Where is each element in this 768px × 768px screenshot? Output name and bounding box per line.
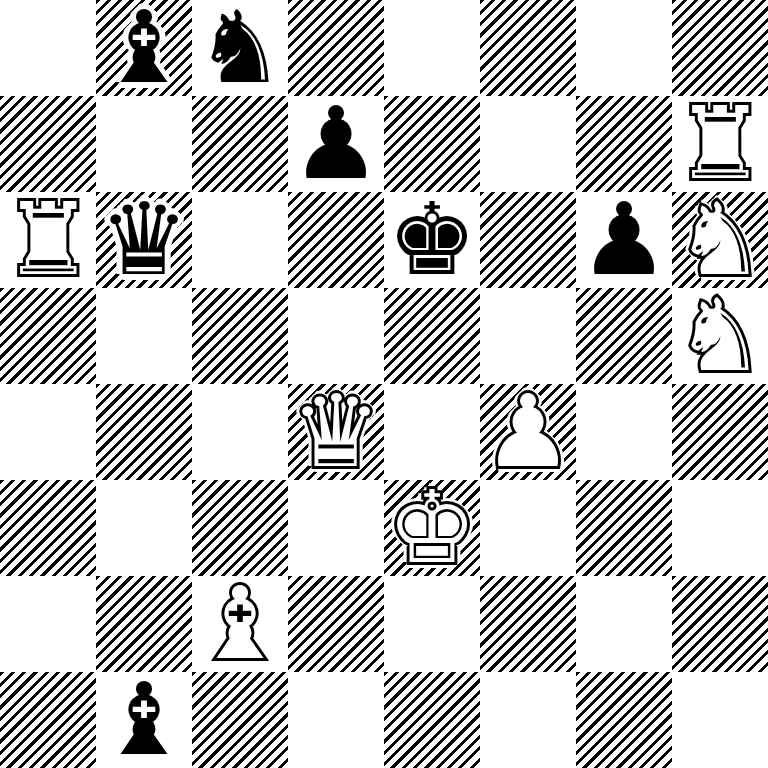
square-c7[interactable] [192, 96, 288, 192]
square-b2[interactable] [96, 576, 192, 672]
square-e1[interactable] [384, 672, 480, 768]
square-c4[interactable] [192, 384, 288, 480]
square-b5[interactable] [96, 288, 192, 384]
square-b3[interactable] [96, 480, 192, 576]
pawn-glyph-outline: ♟ [288, 96, 384, 192]
square-b6[interactable]: ♛♛ [96, 192, 192, 288]
square-g4[interactable] [576, 384, 672, 480]
square-c6[interactable] [192, 192, 288, 288]
square-f6[interactable] [480, 192, 576, 288]
king-glyph-outline: ♚ [384, 192, 480, 288]
square-e3[interactable]: ♚♚ [384, 480, 480, 576]
square-f8[interactable] [480, 0, 576, 96]
square-d6[interactable] [288, 192, 384, 288]
white-pawn-piece[interactable]: ♟♟ [480, 384, 576, 480]
square-g6[interactable]: ♟♟ [576, 192, 672, 288]
square-d4[interactable]: ♛♛ [288, 384, 384, 480]
black-king-piece[interactable]: ♚♚ [384, 192, 480, 288]
square-b8[interactable]: ♝♝ [96, 0, 192, 96]
square-h8[interactable] [672, 0, 768, 96]
square-d7[interactable]: ♟♟ [288, 96, 384, 192]
white-king-piece[interactable]: ♚♚ [384, 480, 480, 576]
bishop-glyph-outline: ♝ [96, 0, 192, 96]
rook-glyph-fill: ♜ [0, 192, 96, 288]
white-bishop-piece[interactable]: ♝♝ [192, 576, 288, 672]
square-g7[interactable] [576, 96, 672, 192]
white-knight-piece[interactable]: ♞♞ [672, 288, 768, 384]
square-d1[interactable] [288, 672, 384, 768]
square-h7[interactable]: ♜♜ [672, 96, 768, 192]
white-rook-piece[interactable]: ♜♜ [672, 96, 768, 192]
black-queen-piece[interactable]: ♛♛ [96, 192, 192, 288]
black-knight-piece[interactable]: ♞♞ [192, 0, 288, 96]
square-c8[interactable]: ♞♞ [192, 0, 288, 96]
square-h1[interactable] [672, 672, 768, 768]
square-g1[interactable] [576, 672, 672, 768]
black-bishop-piece[interactable]: ♝♝ [96, 672, 192, 768]
white-knight-piece[interactable]: ♞♞ [672, 192, 768, 288]
black-pawn-piece[interactable]: ♟♟ [576, 192, 672, 288]
rook-glyph-fill: ♜ [672, 96, 768, 192]
king-glyph-fill: ♚ [384, 480, 480, 576]
square-f1[interactable] [480, 672, 576, 768]
square-b4[interactable] [96, 384, 192, 480]
square-e5[interactable] [384, 288, 480, 384]
pawn-glyph-outline: ♟ [576, 192, 672, 288]
chess-board: ♝♝♞♞♟♟♜♜♜♜♛♛♚♚♟♟♞♞♞♞♛♛♟♟♚♚♝♝♝♝ [0, 0, 768, 768]
square-a8[interactable] [0, 0, 96, 96]
square-c1[interactable] [192, 672, 288, 768]
square-a6[interactable]: ♜♜ [0, 192, 96, 288]
square-g2[interactable] [576, 576, 672, 672]
pawn-glyph-fill: ♟ [480, 384, 576, 480]
square-a3[interactable] [0, 480, 96, 576]
square-e6[interactable]: ♚♚ [384, 192, 480, 288]
square-e4[interactable] [384, 384, 480, 480]
square-g8[interactable] [576, 0, 672, 96]
square-f3[interactable] [480, 480, 576, 576]
square-f5[interactable] [480, 288, 576, 384]
knight-glyph-fill: ♞ [672, 192, 768, 288]
square-d2[interactable] [288, 576, 384, 672]
square-d8[interactable] [288, 0, 384, 96]
white-queen-piece[interactable]: ♛♛ [288, 384, 384, 480]
knight-glyph-fill: ♞ [672, 288, 768, 384]
bishop-glyph-fill: ♝ [192, 576, 288, 672]
square-a7[interactable] [0, 96, 96, 192]
square-a4[interactable] [0, 384, 96, 480]
square-f4[interactable]: ♟♟ [480, 384, 576, 480]
square-g5[interactable] [576, 288, 672, 384]
square-h6[interactable]: ♞♞ [672, 192, 768, 288]
square-d3[interactable] [288, 480, 384, 576]
square-c2[interactable]: ♝♝ [192, 576, 288, 672]
black-pawn-piece[interactable]: ♟♟ [288, 96, 384, 192]
bishop-glyph-outline: ♝ [96, 672, 192, 768]
queen-glyph-outline: ♛ [96, 192, 192, 288]
queen-glyph-fill: ♛ [288, 384, 384, 480]
white-rook-piece[interactable]: ♜♜ [0, 192, 96, 288]
square-g3[interactable] [576, 480, 672, 576]
square-f7[interactable] [480, 96, 576, 192]
square-h4[interactable] [672, 384, 768, 480]
black-bishop-piece[interactable]: ♝♝ [96, 0, 192, 96]
square-h5[interactable]: ♞♞ [672, 288, 768, 384]
square-b1[interactable]: ♝♝ [96, 672, 192, 768]
square-c5[interactable] [192, 288, 288, 384]
square-d5[interactable] [288, 288, 384, 384]
square-a5[interactable] [0, 288, 96, 384]
square-a2[interactable] [0, 576, 96, 672]
square-e2[interactable] [384, 576, 480, 672]
square-h3[interactable] [672, 480, 768, 576]
square-e8[interactable] [384, 0, 480, 96]
square-c3[interactable] [192, 480, 288, 576]
square-a1[interactable] [0, 672, 96, 768]
square-h2[interactable] [672, 576, 768, 672]
square-b7[interactable] [96, 96, 192, 192]
square-f2[interactable] [480, 576, 576, 672]
knight-glyph-outline: ♞ [192, 0, 288, 96]
square-e7[interactable] [384, 96, 480, 192]
